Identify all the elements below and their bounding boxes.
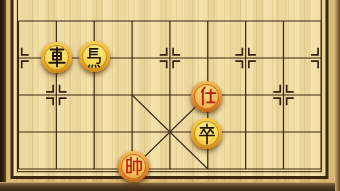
piece-black-chariot[interactable]: [41, 42, 72, 73]
piece-red-advisor[interactable]: [191, 81, 222, 112]
board-right-edge: [335, 0, 340, 191]
piece-black-horse[interactable]: [79, 41, 110, 72]
xiangqi-board[interactable]: [0, 0, 340, 191]
board-bottom-edge: [0, 182, 340, 191]
black-horse-glyph-icon: [83, 46, 105, 68]
red-advisor-glyph-icon: [196, 85, 218, 107]
black-soldier-glyph-icon: [196, 123, 218, 145]
black-chariot-glyph-icon: [46, 46, 68, 68]
red-general-glyph-icon: [122, 155, 144, 177]
board-left-edge: [0, 0, 6, 191]
board-grid[interactable]: [0, 0, 340, 191]
piece-black-soldier[interactable]: [191, 118, 222, 149]
piece-red-general[interactable]: [118, 151, 149, 182]
